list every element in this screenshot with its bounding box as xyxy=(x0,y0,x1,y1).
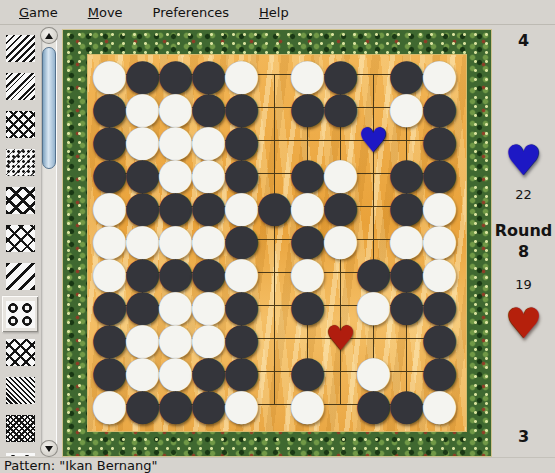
fine-crosshatch-pattern-icon xyxy=(6,415,35,442)
board-playfield: ●●●●●●●●●●●●●●●●●●●●●●●♥●●●●●●●●●●●●●●●●… xyxy=(87,54,467,432)
top-count: 4 xyxy=(492,31,555,50)
menu-game[interactable]: Game xyxy=(10,2,67,23)
board-point-empty[interactable] xyxy=(258,355,291,388)
pattern-scrollbar xyxy=(39,28,59,456)
up-arrow-icon xyxy=(45,33,53,39)
board-point-empty[interactable] xyxy=(390,322,423,355)
stone-white[interactable]: ● xyxy=(390,91,423,124)
status-bar: Pattern: "Ikan Bernang" xyxy=(0,457,555,473)
stone-white[interactable]: ● xyxy=(225,388,258,421)
menu-move[interactable]: Move xyxy=(79,2,132,23)
bottom-count: 3 xyxy=(492,427,555,446)
game-board: ●●●●●●●●●●●●●●●●●●●●●●●♥●●●●●●●●●●●●●●●●… xyxy=(62,29,492,457)
pattern-swatch-zigzag[interactable] xyxy=(2,334,38,370)
stone-black[interactable]: ● xyxy=(390,388,423,421)
stone-white[interactable]: ● xyxy=(291,388,324,421)
pattern-swatch-dotted-hatch[interactable] xyxy=(2,144,38,180)
pattern-swatch-diagonal-hatch-dense[interactable] xyxy=(2,30,38,66)
board-point-empty[interactable] xyxy=(258,58,291,91)
board-point-empty[interactable] xyxy=(258,289,291,322)
pattern-swatch-diagonal-hatch-broken[interactable] xyxy=(2,68,38,104)
stone-white[interactable]: ● xyxy=(423,388,456,421)
board-point-empty[interactable] xyxy=(324,256,357,289)
pattern-swatch-fine-dither[interactable] xyxy=(2,372,38,408)
round-label: Round xyxy=(492,221,555,240)
board-grid: ●●●●●●●●●●●●●●●●●●●●●●●♥●●●●●●●●●●●●●●●●… xyxy=(93,58,456,421)
board-point-empty[interactable] xyxy=(258,124,291,157)
info-panel: 4 ♥ 22 Round 8 19 ♥ 3 xyxy=(492,25,555,457)
board-point-empty[interactable] xyxy=(324,388,357,421)
pattern-swatch-rings-partial[interactable] xyxy=(2,448,38,456)
board-point-empty[interactable] xyxy=(357,157,390,190)
round-value: 8 xyxy=(492,242,555,261)
crosshatch-pattern-icon xyxy=(6,111,35,138)
stone-black[interactable]: ● xyxy=(324,91,357,124)
zigzag-pattern-icon xyxy=(6,339,35,366)
board-point-empty[interactable] xyxy=(258,388,291,421)
diamond-lattice-pattern-icon xyxy=(6,187,35,214)
pattern-swatch-crosshatch[interactable] xyxy=(2,106,38,142)
board-point-empty[interactable] xyxy=(258,91,291,124)
x-lattice-pattern-icon xyxy=(6,225,35,252)
stone-white[interactable]: ● xyxy=(357,289,390,322)
scroll-down-button[interactable] xyxy=(40,440,58,457)
blue-score: 22 xyxy=(492,187,555,202)
rings-pattern-icon xyxy=(6,301,35,328)
red-score: 19 xyxy=(492,277,555,292)
diagonal-hatch-dense-pattern-icon xyxy=(6,35,35,62)
menu-bar: Game Move Preferences Help xyxy=(0,0,555,25)
dotted-hatch-pattern-icon xyxy=(6,149,35,176)
board-point-empty[interactable] xyxy=(324,355,357,388)
pattern-swatch-diamond-lattice[interactable] xyxy=(2,182,38,218)
pattern-swatch-fine-crosshatch[interactable] xyxy=(2,410,38,446)
stone-black[interactable]: ● xyxy=(258,190,291,223)
stone-black[interactable]: ● xyxy=(291,91,324,124)
pattern-swatch-diagonal-stripes[interactable] xyxy=(2,258,38,294)
board-point-empty[interactable] xyxy=(357,190,390,223)
scrollbar-thumb[interactable] xyxy=(42,47,56,169)
pattern-swatch-x-lattice[interactable] xyxy=(2,220,38,256)
stone-black[interactable]: ● xyxy=(291,289,324,322)
fine-dither-pattern-icon xyxy=(6,377,35,404)
board-point-empty[interactable] xyxy=(258,256,291,289)
stone-black[interactable]: ● xyxy=(192,388,225,421)
stone-white[interactable]: ● xyxy=(93,388,126,421)
scroll-up-button[interactable] xyxy=(40,27,58,44)
blue-heart-icon: ♥ xyxy=(492,140,555,182)
diagonal-hatch-broken-pattern-icon xyxy=(6,73,35,100)
stone-black[interactable]: ● xyxy=(126,388,159,421)
ka-red-heart[interactable]: ♥ xyxy=(324,322,357,355)
menu-help[interactable]: Help xyxy=(250,2,298,23)
scrollbar-track[interactable] xyxy=(41,28,57,456)
pattern-swatch-rings[interactable] xyxy=(2,296,38,332)
down-arrow-icon xyxy=(45,446,53,452)
ka-blue-heart[interactable]: ♥ xyxy=(357,124,390,157)
board-point-empty[interactable] xyxy=(258,322,291,355)
stone-black[interactable]: ● xyxy=(390,289,423,322)
pattern-palette xyxy=(2,30,39,456)
status-text: Pattern: "Ikan Bernang" xyxy=(4,458,157,473)
board-point-empty[interactable] xyxy=(357,58,390,91)
stone-black[interactable]: ● xyxy=(357,388,390,421)
stone-white[interactable]: ● xyxy=(324,223,357,256)
rings-partial-pattern-icon xyxy=(6,453,35,457)
board-point-empty[interactable] xyxy=(258,223,291,256)
stone-black[interactable]: ● xyxy=(159,388,192,421)
diagonal-stripes-pattern-icon xyxy=(6,263,35,290)
menu-preferences[interactable]: Preferences xyxy=(144,2,238,23)
red-heart-icon: ♥ xyxy=(492,303,555,345)
pasang-emas-window: Game Move Preferences Help ●●●●●●●●●●●●●… xyxy=(0,0,555,473)
